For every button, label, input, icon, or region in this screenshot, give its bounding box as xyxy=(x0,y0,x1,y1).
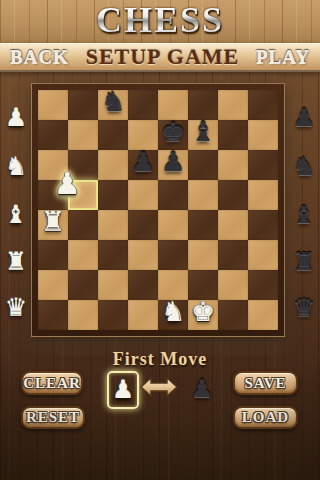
square-h2[interactable] xyxy=(248,270,278,300)
white-king-f1[interactable]: ♚ xyxy=(191,297,215,327)
white-rook-a4[interactable]: ♜ xyxy=(41,207,65,237)
square-a4[interactable]: ♜ xyxy=(38,210,68,240)
tab-setup-game[interactable]: SETUP GAME xyxy=(86,44,240,70)
square-c8[interactable]: ♞ xyxy=(98,90,128,120)
square-a8[interactable] xyxy=(38,90,68,120)
square-e5[interactable] xyxy=(158,180,188,210)
board-frame: ♞♚♝♟♟♜♞♚ ♟ xyxy=(31,83,285,337)
square-b3[interactable] xyxy=(68,240,98,270)
square-h3[interactable] xyxy=(248,240,278,270)
square-d6[interactable]: ♟ xyxy=(128,150,158,180)
chess-board: ♞♚♝♟♟♜♞♚ xyxy=(38,90,278,330)
square-c5[interactable] xyxy=(98,180,128,210)
tray-black-rook[interactable]: ♜ xyxy=(289,248,319,276)
square-a3[interactable] xyxy=(38,240,68,270)
square-b8[interactable] xyxy=(68,90,98,120)
square-f4[interactable] xyxy=(188,210,218,240)
square-e3[interactable] xyxy=(158,240,188,270)
square-e6[interactable]: ♟ xyxy=(158,150,188,180)
square-g4[interactable] xyxy=(218,210,248,240)
square-h1[interactable] xyxy=(248,300,278,330)
square-c7[interactable] xyxy=(98,120,128,150)
square-f3[interactable] xyxy=(188,240,218,270)
save-button[interactable]: SAVE xyxy=(233,371,298,395)
clear-button[interactable]: CLEAR xyxy=(21,371,83,395)
square-h6[interactable] xyxy=(248,150,278,180)
square-b2[interactable] xyxy=(68,270,98,300)
square-c3[interactable] xyxy=(98,240,128,270)
square-d2[interactable] xyxy=(128,270,158,300)
square-h8[interactable] xyxy=(248,90,278,120)
tray-white-knight[interactable]: ♞ xyxy=(1,153,31,181)
tray-black-knight[interactable]: ♞ xyxy=(289,153,319,181)
square-c4[interactable] xyxy=(98,210,128,240)
square-g3[interactable] xyxy=(218,240,248,270)
selected-white-pawn[interactable]: ♟ xyxy=(54,169,81,199)
square-a7[interactable] xyxy=(38,120,68,150)
square-g2[interactable] xyxy=(218,270,248,300)
black-pawn-e6[interactable]: ♟ xyxy=(161,147,185,177)
tray-black-queen[interactable]: ♛ xyxy=(289,294,319,322)
tray-white-pawn[interactable]: ♟ xyxy=(1,104,31,132)
first-move-label: First Move xyxy=(0,349,320,370)
square-h7[interactable] xyxy=(248,120,278,150)
tray-white-rook[interactable]: ♜ xyxy=(1,248,31,276)
first-move-white-option[interactable]: ♟ xyxy=(107,371,139,409)
black-bishop-f7[interactable]: ♝ xyxy=(191,117,215,147)
black-knight-c8[interactable]: ♞ xyxy=(101,87,125,117)
square-h4[interactable] xyxy=(248,210,278,240)
square-b4[interactable] xyxy=(68,210,98,240)
black-pawn-d6[interactable]: ♟ xyxy=(131,147,155,177)
square-g7[interactable] xyxy=(218,120,248,150)
square-d8[interactable] xyxy=(128,90,158,120)
swap-sides-arrow-icon[interactable] xyxy=(140,377,178,397)
black-pawn-icon: ♟ xyxy=(191,375,213,403)
tray-black-bishop[interactable]: ♝ xyxy=(289,201,319,229)
tray-white-queen[interactable]: ♛ xyxy=(1,294,31,322)
square-b7[interactable] xyxy=(68,120,98,150)
square-f7[interactable]: ♝ xyxy=(188,120,218,150)
square-c6[interactable] xyxy=(98,150,128,180)
square-f1[interactable]: ♚ xyxy=(188,300,218,330)
navbar: BACK SETUP GAME PLAY xyxy=(0,43,320,72)
tray-black-pawn[interactable]: ♟ xyxy=(289,104,319,132)
tray-white-bishop[interactable]: ♝ xyxy=(1,201,31,229)
app-title: CHESS xyxy=(0,0,320,41)
square-g5[interactable] xyxy=(218,180,248,210)
square-f5[interactable] xyxy=(188,180,218,210)
reset-button[interactable]: RESET xyxy=(21,406,85,429)
square-d3[interactable] xyxy=(128,240,158,270)
square-e1[interactable]: ♞ xyxy=(158,300,188,330)
square-h5[interactable] xyxy=(248,180,278,210)
chess-setup-screen: CHESS BACK SETUP GAME PLAY ♞♚♝♟♟♜♞♚ ♟ ♟♞… xyxy=(0,0,320,480)
white-knight-e1[interactable]: ♞ xyxy=(161,297,185,327)
square-d5[interactable] xyxy=(128,180,158,210)
square-c1[interactable] xyxy=(98,300,128,330)
square-a1[interactable] xyxy=(38,300,68,330)
square-a2[interactable] xyxy=(38,270,68,300)
black-king-e7[interactable]: ♚ xyxy=(161,117,185,147)
square-c2[interactable] xyxy=(98,270,128,300)
square-f6[interactable] xyxy=(188,150,218,180)
square-d1[interactable] xyxy=(128,300,158,330)
square-b1[interactable] xyxy=(68,300,98,330)
white-pawn-icon: ♟ xyxy=(112,376,134,404)
load-button[interactable]: LOAD xyxy=(233,406,298,429)
square-g8[interactable] xyxy=(218,90,248,120)
square-g6[interactable] xyxy=(218,150,248,180)
square-g1[interactable] xyxy=(218,300,248,330)
square-e4[interactable] xyxy=(158,210,188,240)
first-move-black-option[interactable]: ♟ xyxy=(188,373,216,405)
square-d4[interactable] xyxy=(128,210,158,240)
